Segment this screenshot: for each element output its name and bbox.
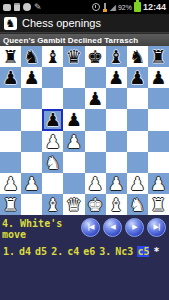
clock-label: 12:44 [143,2,166,12]
move-token-1[interactable]: 1. [3,246,15,257]
piece-bp-h7: ♟ [150,67,166,88]
piece-wp-c4: ♟ [45,131,61,152]
square-a6[interactable] [0,88,21,109]
square-a1[interactable]: ♜ [0,194,21,215]
square-g2[interactable]: ♟ [127,173,148,194]
square-b1[interactable] [21,194,42,215]
square-h3[interactable] [148,152,169,173]
battery-percent-label: 92% [118,4,132,11]
piece-bp-d5: ♟ [66,109,82,130]
piece-wp-d4: ♟ [66,131,82,152]
piece-bn-g8: ♞ [129,46,145,67]
square-d5[interactable]: ♟ [63,109,84,130]
signal-strength-icon: ◢ [110,3,116,12]
square-g6[interactable] [127,88,148,109]
piece-wb-c1: ♝ [45,194,61,215]
square-a5[interactable] [0,109,21,130]
square-f4[interactable] [106,131,127,152]
game-result: * [153,246,159,257]
square-e4[interactable] [85,131,106,152]
app-title: Chess openings [22,17,101,29]
move-token-e6[interactable]: e6 [83,246,95,257]
move-token-Nc3[interactable]: Nc3 [115,246,133,257]
battery-icon [134,2,141,12]
piece-wp-h2: ♟ [150,173,166,194]
square-g7[interactable]: ♟ [127,67,148,88]
piece-br-a8: ♜ [2,46,18,67]
square-c8[interactable]: ♝ [42,46,63,67]
square-e3[interactable] [85,152,106,173]
piece-bb-c8: ♝ [45,46,61,67]
square-b2[interactable]: ♟ [21,173,42,194]
alarm-clock-icon [92,3,100,11]
piece-bp-a7: ♟ [2,67,18,88]
piece-bn-b8: ♞ [24,46,40,67]
square-e6[interactable]: ♟ [85,88,106,109]
square-c7[interactable] [42,67,63,88]
square-f8[interactable]: ♝ [106,46,127,67]
square-g4[interactable] [127,131,148,152]
piece-wp-f2: ♟ [108,173,124,194]
piece-bp-f7: ♟ [108,67,124,88]
square-d1[interactable]: ♛ [63,194,84,215]
piece-wn-c3: ♞ [45,152,61,173]
square-h5[interactable] [148,109,169,130]
square-a3[interactable] [0,152,21,173]
square-f3[interactable] [106,152,127,173]
piece-wq-d1: ♛ [66,194,82,215]
system-status-icons: ◢ 92% 12:44 [92,2,166,12]
piece-bp-g7: ♟ [129,67,145,88]
first-move-button[interactable]: |◀ [81,218,100,237]
square-f7[interactable]: ♟ [106,67,127,88]
square-g5[interactable] [127,109,148,130]
mobile-network-icon [102,3,108,12]
square-b6[interactable] [21,88,42,109]
move-list: 1.d4d52.c4e63.Nc3c5* [2,246,167,257]
piece-wk-e1: ♚ [87,194,103,215]
move-token-c5[interactable]: c5 [137,246,149,257]
turn-status: 4. White's move [2,218,68,240]
square-e5[interactable] [85,109,106,130]
square-f2[interactable]: ♟ [106,173,127,194]
move-token-2[interactable]: 2. [51,246,63,257]
move-panel: 4. White's move |◀◀▶▶| 1.d4d52.c4e63.Nc3… [0,215,169,300]
opening-name-bar: Queen's Gambit Declined Tarrasch [0,33,169,46]
square-h4[interactable] [148,131,169,152]
square-c4[interactable]: ♟ [42,131,63,152]
square-e7[interactable] [85,67,106,88]
piece-bk-e8: ♚ [87,46,103,67]
square-c5[interactable]: ♟ [42,109,63,130]
square-a2[interactable]: ♟ [0,173,21,194]
square-h2[interactable]: ♟ [148,173,169,194]
document-notification-icon [14,3,20,11]
chat-notification-icon [3,4,11,11]
notification-icons: ✎ [3,3,42,11]
move-token-d4[interactable]: d4 [19,246,31,257]
piece-bp-c5: ♟ [45,109,61,130]
square-d8[interactable]: ♛ [63,46,84,67]
square-b7[interactable]: ♟ [21,67,42,88]
piece-wp-e2: ♟ [87,173,103,194]
square-b5[interactable] [21,109,42,130]
piece-wp-g2: ♟ [129,173,145,194]
piece-bb-f8: ♝ [108,46,124,67]
square-e8[interactable]: ♚ [85,46,106,67]
app-header: ♞ Chess openings [0,14,169,33]
move-token-3[interactable]: 3. [99,246,111,257]
square-g3[interactable] [127,152,148,173]
square-f6[interactable] [106,88,127,109]
piece-bq-d8: ♛ [66,46,82,67]
move-token-d5[interactable]: d5 [35,246,47,257]
square-b4[interactable] [21,131,42,152]
square-b8[interactable]: ♞ [21,46,42,67]
square-h6[interactable] [148,88,169,109]
square-h1[interactable]: ♜ [148,194,169,215]
chess-board: ♜♞♝♛♚♝♞♜♟♟♟♟♟♟♟♟♟♟♞♟♟♟♟♟♟♜♝♛♚♝♞♜ [0,46,169,215]
square-e2[interactable]: ♟ [85,173,106,194]
square-c3[interactable]: ♞ [42,152,63,173]
piece-wp-b2: ♟ [24,173,40,194]
piece-wb-f1: ♝ [108,194,124,215]
square-a7[interactable]: ♟ [0,67,21,88]
square-c1[interactable]: ♝ [42,194,63,215]
square-d4[interactable]: ♟ [63,131,84,152]
piece-wp-a2: ♟ [2,173,18,194]
square-a4[interactable] [0,131,21,152]
square-h8[interactable]: ♜ [148,46,169,67]
square-d3[interactable] [63,152,84,173]
status-circle-notification-icon [23,3,31,11]
previous-move-button[interactable]: ◀ [103,218,122,237]
status-bar: ✎ ◢ 92% 12:44 [0,0,169,14]
square-a8[interactable]: ♜ [0,46,21,67]
square-b3[interactable] [21,152,42,173]
square-h7[interactable]: ♟ [148,67,169,88]
move-token-c4[interactable]: c4 [67,246,79,257]
opening-name: Queen's Gambit Declined Tarrasch [3,36,138,45]
square-f5[interactable] [106,109,127,130]
square-c6[interactable] [42,88,63,109]
square-f1[interactable]: ♝ [106,194,127,215]
phone-screen: ✎ ◢ 92% 12:44 ♞ Chess openings Queen's G… [0,0,169,300]
piece-wr-h1: ♜ [150,194,166,215]
square-g1[interactable]: ♞ [127,194,148,215]
last-move-button[interactable]: ▶| [147,218,166,237]
piece-bp-b7: ♟ [24,67,40,88]
square-e1[interactable]: ♚ [85,194,106,215]
navigation-buttons: |◀◀▶▶| [81,218,167,237]
next-move-button[interactable]: ▶ [125,218,144,237]
square-g8[interactable]: ♞ [127,46,148,67]
app-knight-icon: ♞ [4,17,17,30]
piece-wn-g1: ♞ [129,194,145,215]
square-d6[interactable] [63,88,84,109]
piece-wr-a1: ♜ [2,194,18,215]
pencil-notification-icon: ✎ [34,3,42,11]
piece-bp-e6: ♟ [87,88,103,109]
square-c2[interactable] [42,173,63,194]
piece-br-h8: ♜ [150,46,166,67]
square-d7[interactable] [63,67,84,88]
square-d2[interactable] [63,173,84,194]
